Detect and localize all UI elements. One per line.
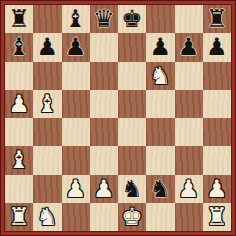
square-h5[interactable] — [203, 90, 231, 118]
square-d1[interactable] — [90, 203, 118, 231]
square-e4[interactable] — [118, 118, 146, 146]
piece-white-pawn[interactable]: ♟ — [93, 175, 115, 203]
square-a7[interactable]: ♝ — [5, 33, 33, 61]
piece-white-knight[interactable]: ♞ — [150, 62, 172, 90]
square-f2[interactable]: ♞ — [146, 175, 174, 203]
square-b6[interactable] — [33, 62, 61, 90]
chessboard-screenshot: ♜♝♛♚♜♝♟♟♟♟♟♞♟♝♝♟♟♞♞♟♟♜♞♚♜ — [0, 0, 236, 236]
square-g8[interactable] — [175, 5, 203, 33]
square-a6[interactable] — [5, 62, 33, 90]
square-g6[interactable] — [175, 62, 203, 90]
piece-black-pawn[interactable]: ♟ — [206, 33, 228, 61]
square-b4[interactable] — [33, 118, 61, 146]
piece-black-king[interactable]: ♚ — [121, 5, 143, 33]
square-b2[interactable] — [33, 175, 61, 203]
square-c6[interactable] — [62, 62, 90, 90]
square-g2[interactable]: ♟ — [175, 175, 203, 203]
square-d4[interactable] — [90, 118, 118, 146]
piece-black-bishop[interactable]: ♝ — [65, 5, 87, 33]
square-b8[interactable] — [33, 5, 61, 33]
piece-black-knight[interactable]: ♞ — [150, 175, 172, 203]
piece-white-pawn[interactable]: ♟ — [178, 175, 200, 203]
piece-white-pawn[interactable]: ♟ — [206, 175, 228, 203]
square-b1[interactable]: ♞ — [33, 203, 61, 231]
square-e3[interactable] — [118, 146, 146, 174]
square-e1[interactable]: ♚ — [118, 203, 146, 231]
square-f6[interactable]: ♞ — [146, 62, 174, 90]
square-f8[interactable] — [146, 5, 174, 33]
square-d8[interactable]: ♛ — [90, 5, 118, 33]
square-b3[interactable] — [33, 146, 61, 174]
square-f1[interactable] — [146, 203, 174, 231]
piece-white-rook[interactable]: ♜ — [8, 203, 30, 231]
piece-black-rook[interactable]: ♜ — [8, 5, 30, 33]
square-g3[interactable] — [175, 146, 203, 174]
piece-black-pawn[interactable]: ♟ — [37, 33, 59, 61]
square-c8[interactable]: ♝ — [62, 5, 90, 33]
square-c3[interactable] — [62, 146, 90, 174]
piece-black-bishop[interactable]: ♝ — [8, 33, 30, 61]
square-e6[interactable] — [118, 62, 146, 90]
square-d5[interactable] — [90, 90, 118, 118]
square-h1[interactable]: ♜ — [203, 203, 231, 231]
chess-board: ♜♝♛♚♜♝♟♟♟♟♟♞♟♝♝♟♟♞♞♟♟♜♞♚♜ — [5, 5, 231, 231]
square-a4[interactable] — [5, 118, 33, 146]
square-a3[interactable]: ♝ — [5, 146, 33, 174]
square-f3[interactable] — [146, 146, 174, 174]
square-g4[interactable] — [175, 118, 203, 146]
piece-white-bishop[interactable]: ♝ — [37, 90, 59, 118]
piece-black-queen[interactable]: ♛ — [93, 5, 115, 33]
piece-white-pawn[interactable]: ♟ — [8, 90, 30, 118]
piece-white-knight[interactable]: ♞ — [37, 203, 59, 231]
square-e5[interactable] — [118, 90, 146, 118]
square-e8[interactable]: ♚ — [118, 5, 146, 33]
square-a1[interactable]: ♜ — [5, 203, 33, 231]
square-h6[interactable] — [203, 62, 231, 90]
square-h2[interactable]: ♟ — [203, 175, 231, 203]
square-h7[interactable]: ♟ — [203, 33, 231, 61]
square-b5[interactable]: ♝ — [33, 90, 61, 118]
board-frame: ♜♝♛♚♜♝♟♟♟♟♟♞♟♝♝♟♟♞♞♟♟♜♞♚♜ — [0, 0, 236, 236]
piece-black-pawn[interactable]: ♟ — [65, 33, 87, 61]
square-c7[interactable]: ♟ — [62, 33, 90, 61]
square-e2[interactable]: ♞ — [118, 175, 146, 203]
square-g5[interactable] — [175, 90, 203, 118]
piece-white-pawn[interactable]: ♟ — [65, 175, 87, 203]
square-f7[interactable]: ♟ — [146, 33, 174, 61]
piece-black-pawn[interactable]: ♟ — [150, 33, 172, 61]
square-a5[interactable]: ♟ — [5, 90, 33, 118]
piece-black-knight[interactable]: ♞ — [121, 175, 143, 203]
square-f5[interactable] — [146, 90, 174, 118]
square-h3[interactable] — [203, 146, 231, 174]
square-a8[interactable]: ♜ — [5, 5, 33, 33]
square-d2[interactable]: ♟ — [90, 175, 118, 203]
square-f4[interactable] — [146, 118, 174, 146]
piece-black-rook[interactable]: ♜ — [206, 5, 228, 33]
square-b7[interactable]: ♟ — [33, 33, 61, 61]
square-c2[interactable]: ♟ — [62, 175, 90, 203]
square-h8[interactable]: ♜ — [203, 5, 231, 33]
square-c4[interactable] — [62, 118, 90, 146]
square-h4[interactable] — [203, 118, 231, 146]
square-g1[interactable] — [175, 203, 203, 231]
piece-black-pawn[interactable]: ♟ — [178, 33, 200, 61]
square-d6[interactable] — [90, 62, 118, 90]
square-a2[interactable] — [5, 175, 33, 203]
square-c1[interactable] — [62, 203, 90, 231]
piece-white-king[interactable]: ♚ — [121, 203, 143, 231]
piece-white-bishop[interactable]: ♝ — [8, 146, 30, 174]
square-c5[interactable] — [62, 90, 90, 118]
square-g7[interactable]: ♟ — [175, 33, 203, 61]
square-e7[interactable] — [118, 33, 146, 61]
piece-white-rook[interactable]: ♜ — [206, 203, 228, 231]
square-d7[interactable] — [90, 33, 118, 61]
square-d3[interactable] — [90, 146, 118, 174]
